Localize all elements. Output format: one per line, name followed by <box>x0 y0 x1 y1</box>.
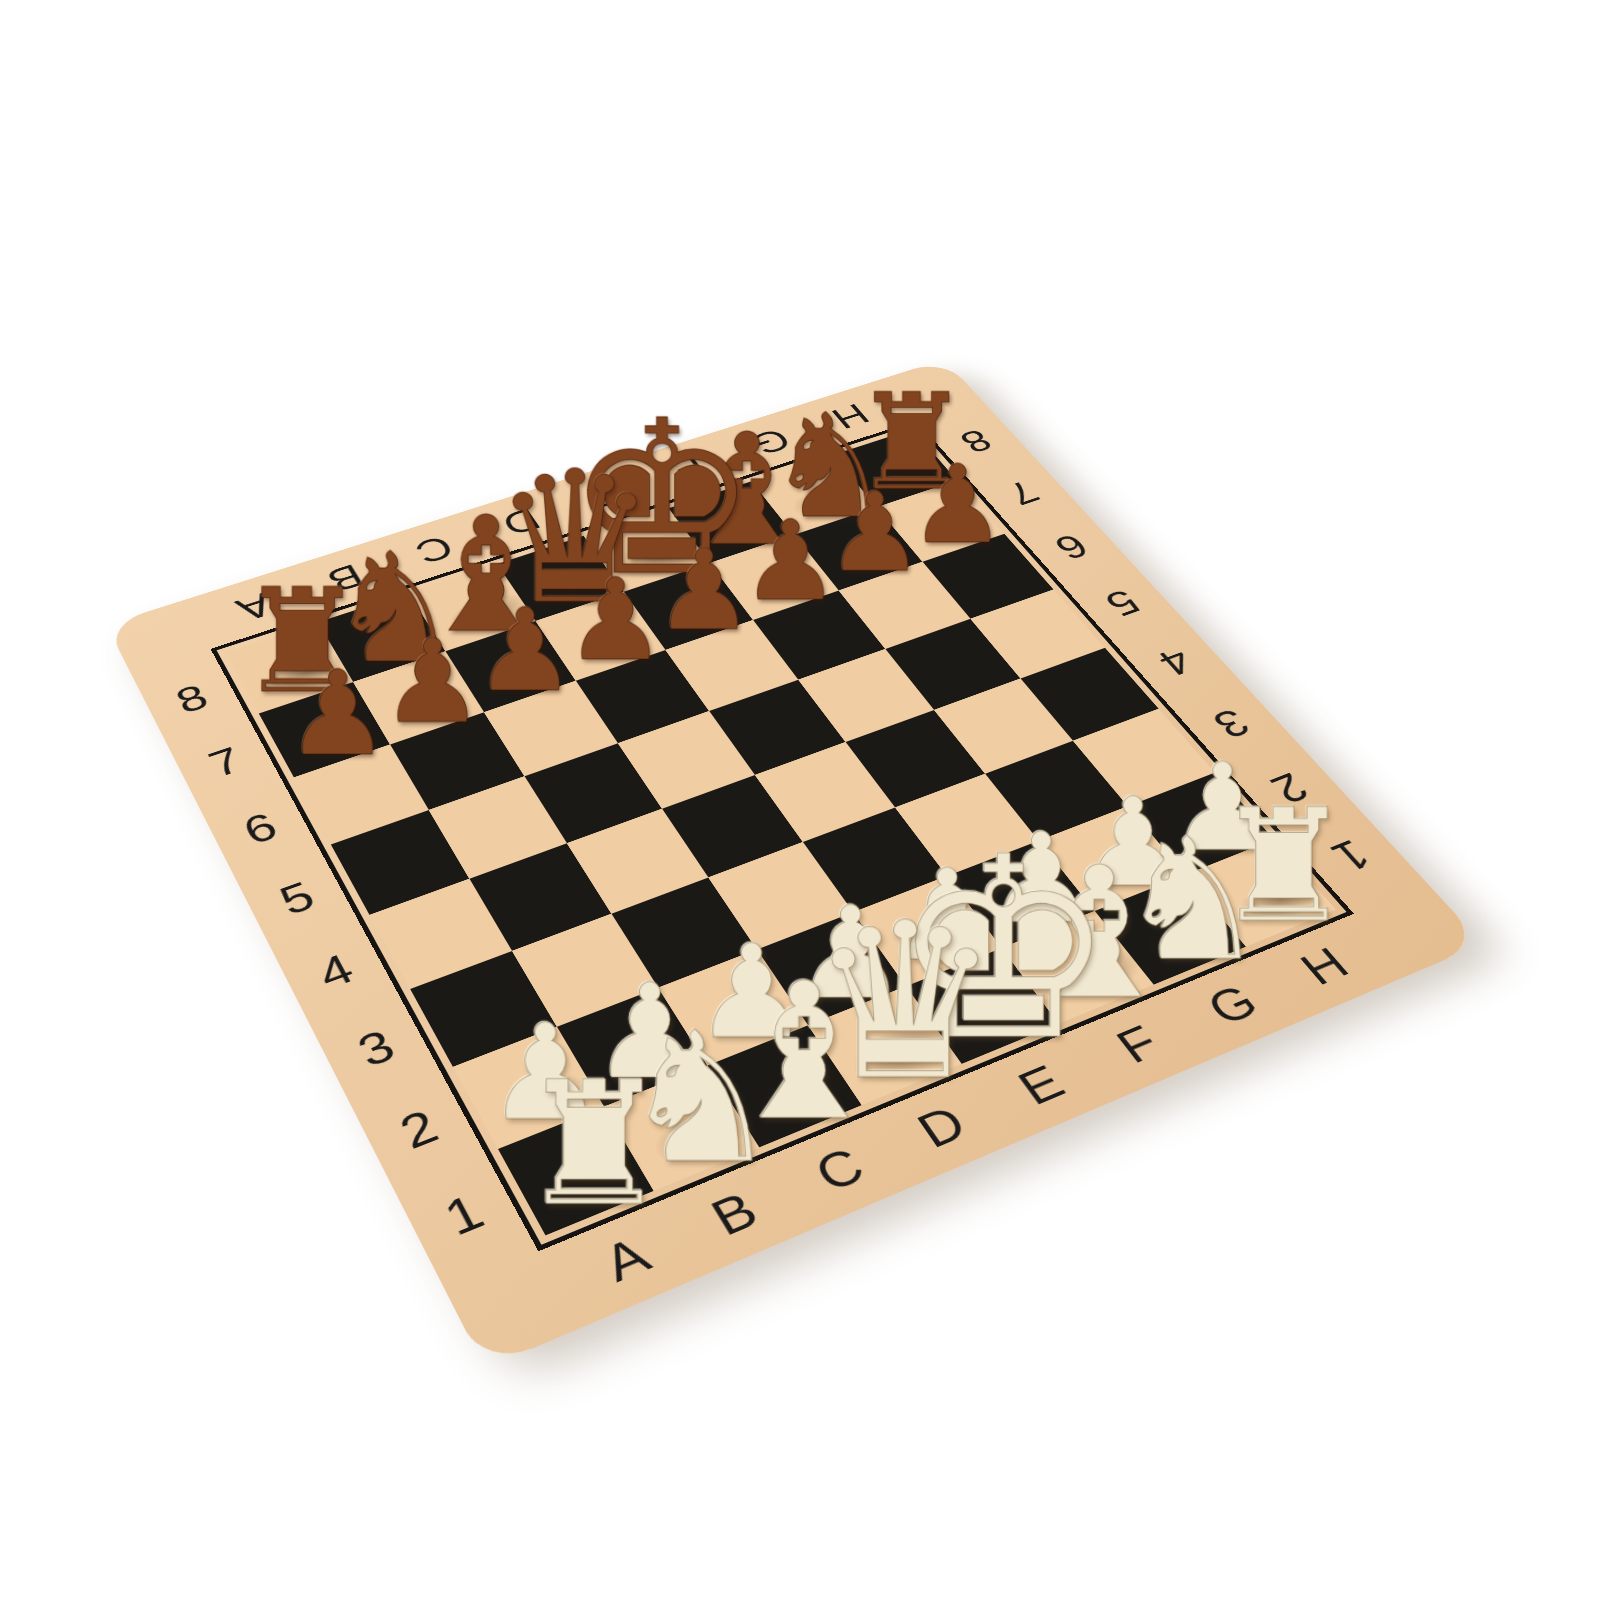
chess-board-mat: ABCDEFGH ABCDEFGH 87654321 87654321 ♜♞♝♛… <box>106 359 1483 1368</box>
board-stage: ABCDEFGH ABCDEFGH 87654321 87654321 ♜♞♝♛… <box>0 0 1600 1600</box>
product-photo-scene: ABCDEFGH ABCDEFGH 87654321 87654321 ♜♞♝♛… <box>0 0 1600 1600</box>
piece-anchor-a1: ♜ <box>593 1200 595 1201</box>
piece-anchor-a7: ♟ <box>337 751 338 752</box>
